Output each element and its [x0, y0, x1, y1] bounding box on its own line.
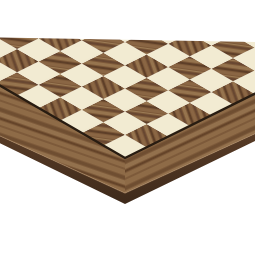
chess-board: [0, 0, 255, 255]
chessboard-product-photo: [0, 0, 255, 255]
